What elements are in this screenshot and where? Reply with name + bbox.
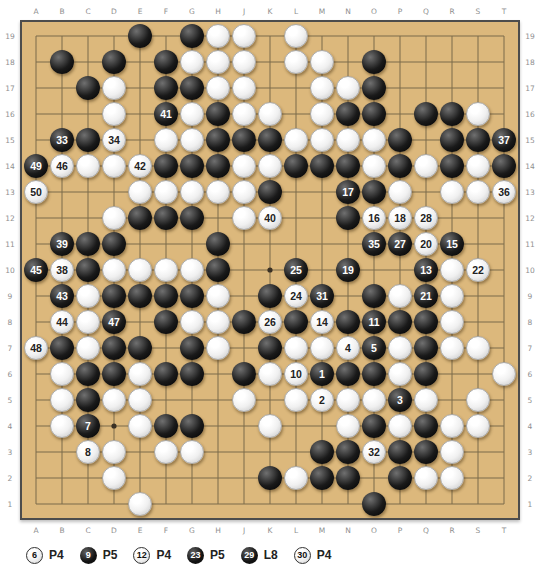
coord-label-top-H: H [215,7,221,16]
stone-number: 18 [394,213,406,224]
coord-label-top-L: L [294,7,298,16]
stone-number: 14 [316,317,328,328]
stone-number: 50 [30,187,42,198]
caption-entry: 30 P4 [294,547,332,564]
stone-O17 [362,76,386,100]
coord-label-bottom-A: A [33,526,38,535]
stone-Q3 [414,440,438,464]
coord-label-left-8: 8 [8,318,13,327]
stone-number: 24 [290,291,302,302]
coord-label-left-13: 13 [5,188,15,197]
stone-number: 13 [420,265,432,276]
stone-number: 46 [56,161,68,172]
stone-M14 [310,154,334,178]
stone-T13: 36 [492,180,516,204]
coord-label-bottom-M: M [319,526,325,535]
stone-J6 [232,362,256,386]
stone-M16 [310,102,334,126]
stone-C5 [76,388,100,412]
stone-E19 [128,24,152,48]
stone-O8: 11 [362,310,386,334]
stone-number: 27 [394,239,406,250]
stone-number: 49 [30,161,42,172]
coord-label-right-10: 10 [525,266,535,275]
stone-E13 [128,180,152,204]
coord-label-bottom-R: R [449,526,454,535]
stone-O12: 16 [362,206,386,230]
coord-label-left-10: 10 [5,266,15,275]
coord-label-top-D: D [111,7,117,16]
stone-M5: 2 [310,388,334,412]
stone-O6 [362,362,386,386]
stone-C7 [76,336,100,360]
stone-Q6 [414,362,438,386]
stone-Q12: 28 [414,206,438,230]
caption-entry: 29 L8 [241,547,278,564]
stone-B5 [50,388,74,412]
coord-label-right-17: 17 [525,84,535,93]
stone-number: 28 [420,213,432,224]
stone-B11: 39 [50,232,74,256]
stone-G16 [180,102,204,126]
stone-Q10: 13 [414,258,438,282]
stone-B18 [50,50,74,74]
stone-P9 [388,284,412,308]
stone-number: 17 [342,187,354,198]
stone-C8 [76,310,100,334]
stone-S5 [466,388,490,412]
stone-R14 [440,154,464,178]
stone-H9 [206,284,230,308]
stone-D8: 47 [102,310,126,334]
stone-K4 [258,414,282,438]
stone-H7 [206,336,230,360]
stone-M15 [310,128,334,152]
caption-entry: 6 P4 [26,547,64,564]
coord-label-left-7: 7 [8,344,13,353]
stone-G17 [180,76,204,100]
caption-stone-2: 12 [133,547,150,564]
stone-O18 [362,50,386,74]
go-diagram-page: 4133343749464250173640161828393527201545… [0,0,540,578]
stone-R13 [440,180,464,204]
stone-P11: 27 [388,232,412,256]
stone-R10 [440,258,464,282]
stone-number: 15 [446,239,458,250]
stone-number: 38 [56,265,68,276]
coord-label-right-9: 9 [528,292,533,301]
stone-H15 [206,128,230,152]
stone-G19 [180,24,204,48]
stone-number: 44 [56,317,68,328]
stone-number: 31 [316,291,328,302]
stone-number: 4 [345,343,351,354]
stone-E12 [128,206,152,230]
coord-label-top-R: R [449,7,454,16]
stone-B10: 38 [50,258,74,282]
stone-R4 [440,414,464,438]
star-point [267,267,272,272]
coord-label-right-3: 3 [528,448,533,457]
stone-D10 [102,258,126,282]
stone-L8 [284,310,308,334]
coord-label-bottom-L: L [294,526,298,535]
stone-A7: 48 [24,336,48,360]
stone-number: 34 [108,135,120,146]
stone-G13 [180,180,204,204]
stone-J18 [232,50,256,74]
stone-P6 [388,362,412,386]
stone-N7: 4 [336,336,360,360]
stone-L15 [284,128,308,152]
stone-O7: 5 [362,336,386,360]
stone-S7 [466,336,490,360]
coord-label-right-12: 12 [525,214,535,223]
coord-label-bottom-B: B [59,526,64,535]
stone-C11 [76,232,100,256]
stone-number: 48 [30,343,42,354]
stone-C4: 7 [76,414,100,438]
caption-entry: 9 P5 [80,547,118,564]
stone-D15: 34 [102,128,126,152]
stone-M2 [310,466,334,490]
stone-L19 [284,24,308,48]
coord-label-left-16: 16 [5,110,15,119]
coord-label-top-J: J [243,7,245,16]
stone-E4 [128,414,152,438]
stone-K12: 40 [258,206,282,230]
stone-G9 [180,284,204,308]
stone-R9 [440,284,464,308]
stone-O13 [362,180,386,204]
stone-B4 [50,414,74,438]
stone-J17 [232,76,256,100]
stone-H18 [206,50,230,74]
coord-label-right-16: 16 [525,110,535,119]
stone-R3 [440,440,464,464]
stone-P8 [388,310,412,334]
stone-L6: 10 [284,362,308,386]
stone-D6 [102,362,126,386]
stone-G15 [180,128,204,152]
coord-label-bottom-T: T [502,526,507,535]
stone-J15 [232,128,256,152]
stone-number: 22 [472,265,484,276]
stone-B9: 43 [50,284,74,308]
stone-H13 [206,180,230,204]
coord-label-right-2: 2 [528,474,533,483]
stone-C9 [76,284,100,308]
stone-P2 [388,466,412,490]
coord-label-bottom-J: J [243,526,245,535]
coord-label-top-K: K [268,7,273,16]
coord-label-right-8: 8 [528,318,533,327]
coord-label-top-T: T [502,7,507,16]
coord-label-right-4: 4 [528,422,533,431]
stone-O11: 35 [362,232,386,256]
stone-N8 [336,310,360,334]
stone-T14 [492,154,516,178]
stone-number: 35 [368,239,380,250]
stone-E14: 42 [128,154,152,178]
stone-R16 [440,102,464,126]
stone-D9 [102,284,126,308]
coord-label-bottom-Q: Q [423,526,429,535]
caption-coord-4: L8 [264,548,278,562]
stone-G8 [180,310,204,334]
stone-H16 [206,102,230,126]
stone-E7 [128,336,152,360]
coord-label-bottom-C: C [85,526,90,535]
stone-R11: 15 [440,232,464,256]
caption-coord-1: P5 [103,548,118,562]
stone-S15 [466,128,490,152]
stone-D16 [102,102,126,126]
stone-G14 [180,154,204,178]
stone-R2 [440,466,464,490]
stone-number: 8 [85,447,91,458]
stone-S10: 22 [466,258,490,282]
stone-C17 [76,76,100,100]
coord-label-right-15: 15 [525,136,535,145]
coord-label-top-S: S [476,7,481,16]
stone-O14 [362,154,386,178]
stone-number: 45 [30,265,42,276]
coord-label-bottom-P: P [398,526,403,535]
stone-N5 [336,388,360,412]
stone-K9 [258,284,282,308]
coord-label-bottom-E: E [138,526,143,535]
stone-E1 [128,492,152,516]
stone-E9 [128,284,152,308]
stone-P14 [388,154,412,178]
stone-number: 21 [420,291,432,302]
stone-number: 43 [56,291,68,302]
stone-P12: 18 [388,206,412,230]
stone-L7 [284,336,308,360]
stone-L2 [284,466,308,490]
stone-R7 [440,336,464,360]
stone-G4 [180,414,204,438]
stone-O5 [362,388,386,412]
stone-F12 [154,206,178,230]
stone-L10: 25 [284,258,308,282]
coord-label-left-5: 5 [8,396,13,405]
stone-D12 [102,206,126,230]
stone-D11 [102,232,126,256]
stone-B6 [50,362,74,386]
stone-N15 [336,128,360,152]
stone-B15: 33 [50,128,74,152]
caption-stone-5: 30 [294,547,311,564]
stone-number: 19 [342,265,354,276]
caption-entry: 23 P5 [187,547,225,564]
stone-E5 [128,388,152,412]
stone-Q4 [414,414,438,438]
stone-H17 [206,76,230,100]
stone-number: 10 [290,369,302,380]
stone-C10 [76,258,100,282]
stone-P7 [388,336,412,360]
stone-F18 [154,50,178,74]
stone-K16 [258,102,282,126]
stone-J13 [232,180,256,204]
stone-B7 [50,336,74,360]
stone-F8 [154,310,178,334]
stone-G3 [180,440,204,464]
coord-label-bottom-K: K [268,526,273,535]
stone-M8: 14 [310,310,334,334]
stone-number: 37 [498,135,510,146]
stone-J19 [232,24,256,48]
stone-P5: 3 [388,388,412,412]
stone-D3 [102,440,126,464]
stone-F15 [154,128,178,152]
caption-coord-0: P4 [49,548,64,562]
stone-L18 [284,50,308,74]
stone-C6 [76,362,100,386]
stone-A13: 50 [24,180,48,204]
coord-label-left-18: 18 [5,58,15,67]
coord-label-left-6: 6 [8,370,13,379]
stone-P4 [388,414,412,438]
stone-G10 [180,258,204,282]
stone-F4 [154,414,178,438]
coord-label-top-B: B [59,7,64,16]
stone-T15: 37 [492,128,516,152]
stone-Q9: 21 [414,284,438,308]
coord-label-left-2: 2 [8,474,13,483]
stone-number: 5 [371,343,377,354]
stone-D17 [102,76,126,100]
coord-label-bottom-O: O [371,526,377,535]
stone-number: 3 [397,395,403,406]
stone-R15 [440,128,464,152]
stone-number: 41 [160,109,172,120]
stone-J12 [232,206,256,230]
coord-label-left-3: 3 [8,448,13,457]
stone-G6 [180,362,204,386]
coord-label-left-4: 4 [8,422,13,431]
coord-label-right-14: 14 [525,162,535,171]
stone-A10: 45 [24,258,48,282]
coord-label-right-7: 7 [528,344,533,353]
stone-P13 [388,180,412,204]
coord-label-right-6: 6 [528,370,533,379]
stone-number: 25 [290,265,302,276]
stone-number: 40 [264,213,276,224]
stone-K15 [258,128,282,152]
stone-Q11: 20 [414,232,438,256]
stone-N12 [336,206,360,230]
stone-K2 [258,466,282,490]
stone-N6 [336,362,360,386]
stone-F9 [154,284,178,308]
coord-label-bottom-G: G [189,526,195,535]
stone-N13: 17 [336,180,360,204]
coord-label-left-1: 1 [8,500,13,509]
stone-O3: 32 [362,440,386,464]
coord-label-bottom-D: D [111,526,117,535]
stone-F10 [154,258,178,282]
star-point [111,423,116,428]
coord-label-right-13: 13 [525,188,535,197]
stone-F14 [154,154,178,178]
stone-E6 [128,362,152,386]
stone-Q7 [414,336,438,360]
stone-H8 [206,310,230,334]
stone-number: 42 [134,161,146,172]
coord-label-bottom-N: N [345,526,351,535]
stone-B8: 44 [50,310,74,334]
stone-N3 [336,440,360,464]
stone-C14 [76,154,100,178]
coord-label-left-12: 12 [5,214,15,223]
stone-M18 [310,50,334,74]
stone-N14 [336,154,360,178]
coord-label-right-11: 11 [525,240,535,249]
coord-label-left-11: 11 [5,240,15,249]
caption-coord-3: P5 [210,548,225,562]
coord-label-top-N: N [345,7,351,16]
stone-M6: 1 [310,362,334,386]
coord-label-top-Q: Q [423,7,429,16]
coord-label-left-17: 17 [5,84,15,93]
stone-Q8 [414,310,438,334]
stone-K7 [258,336,282,360]
stone-number: 36 [498,187,510,198]
stone-H14 [206,154,230,178]
coord-label-top-O: O [371,7,377,16]
stone-P15 [388,128,412,152]
stone-A14: 49 [24,154,48,178]
stone-Q16 [414,102,438,126]
coord-label-left-19: 19 [5,32,15,41]
stone-F17 [154,76,178,100]
coord-label-top-E: E [138,7,143,16]
caption-coord-2: P4 [156,548,171,562]
stone-number: 33 [56,135,68,146]
stone-N10: 19 [336,258,360,282]
coord-label-top-G: G [189,7,195,16]
stone-S13 [466,180,490,204]
stone-C15 [76,128,100,152]
stone-G18 [180,50,204,74]
stone-S4 [466,414,490,438]
stone-K13 [258,180,282,204]
stone-O16 [362,102,386,126]
stone-G12 [180,206,204,230]
stone-F13 [154,180,178,204]
stone-N16 [336,102,360,126]
stone-J8 [232,310,256,334]
coord-label-bottom-F: F [164,526,168,535]
stone-Q5 [414,388,438,412]
stone-P3 [388,440,412,464]
stone-C3: 8 [76,440,100,464]
caption-stone-3: 23 [187,547,204,564]
stone-number: 11 [368,317,379,328]
stone-number: 1 [319,369,325,380]
stone-O4 [362,414,386,438]
stone-E10 [128,258,152,282]
caption-stone-0: 6 [26,547,43,564]
stone-K14 [258,154,282,178]
coord-label-left-15: 15 [5,136,15,145]
stone-L5 [284,388,308,412]
stone-Q14 [414,154,438,178]
stone-F3 [154,440,178,464]
